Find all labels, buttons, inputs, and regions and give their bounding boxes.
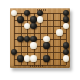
white-stone[interactable] (30, 42, 36, 48)
black-stone[interactable] (43, 55, 49, 61)
black-stone[interactable] (17, 36, 23, 42)
black-stone[interactable] (11, 49, 17, 55)
black-stone[interactable] (17, 16, 23, 22)
black-stone[interactable] (30, 16, 36, 22)
white-stone[interactable] (30, 55, 36, 61)
white-stone[interactable] (24, 55, 30, 61)
maker-stamp-top (37, 9, 46, 11)
maker-stamp-bottom (30, 65, 43, 67)
black-stone[interactable] (63, 42, 69, 48)
black-stone[interactable] (24, 36, 30, 42)
grid-line-horizontal (14, 52, 66, 53)
black-stone[interactable] (24, 10, 30, 16)
black-stone[interactable] (63, 10, 69, 16)
black-stone[interactable] (30, 36, 36, 42)
black-stone[interactable] (63, 16, 69, 22)
black-stone[interactable] (30, 23, 36, 29)
white-stone[interactable] (63, 23, 69, 29)
go-board[interactable] (10, 8, 70, 68)
white-stone[interactable] (56, 29, 62, 35)
grid-line-horizontal (14, 46, 66, 47)
black-stone[interactable] (17, 55, 23, 61)
board-grid (10, 8, 70, 68)
grid-line-vertical (60, 13, 61, 65)
white-stone[interactable] (43, 36, 49, 42)
black-stone[interactable] (37, 10, 43, 16)
black-stone[interactable] (63, 49, 69, 55)
white-stone[interactable] (24, 23, 30, 29)
white-stone[interactable] (37, 16, 43, 22)
white-stone[interactable] (11, 10, 17, 16)
black-stone[interactable] (43, 42, 49, 48)
grid-line-vertical (53, 13, 54, 65)
white-stone[interactable] (63, 55, 69, 61)
photo-background (0, 0, 80, 80)
